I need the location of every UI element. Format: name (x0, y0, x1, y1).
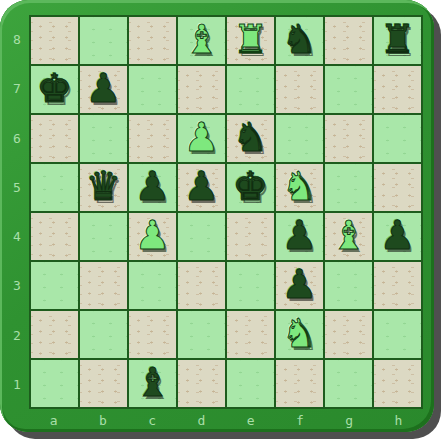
square-b7[interactable]: ♟ (80, 66, 127, 113)
file-label-b: b (78, 410, 127, 430)
piece-light-rook-e8[interactable]: ♜ (233, 16, 269, 63)
file-label-c: c (128, 410, 177, 430)
piece-dark-pawn-h4[interactable]: ♟ (380, 212, 416, 259)
chess-board[interactable]: ♝♜♞♜♚♟♟♞♛♟♟♚♞♟♟♝♟♟♞♝ (29, 15, 423, 409)
square-a1[interactable] (31, 360, 78, 407)
rank-label-6: 6 (6, 114, 28, 163)
square-d2[interactable] (178, 311, 225, 358)
square-a7[interactable]: ♚ (31, 66, 78, 113)
square-a4[interactable] (31, 213, 78, 260)
square-f7[interactable] (276, 66, 323, 113)
square-f5[interactable]: ♞ (276, 164, 323, 211)
square-d3[interactable] (178, 262, 225, 309)
square-g8[interactable] (325, 17, 372, 64)
piece-dark-pawn-f4[interactable]: ♟ (282, 212, 318, 259)
square-e2[interactable] (227, 311, 274, 358)
square-e3[interactable] (227, 262, 274, 309)
square-f6[interactable] (276, 115, 323, 162)
square-h1[interactable] (374, 360, 421, 407)
square-c5[interactable]: ♟ (129, 164, 176, 211)
square-f4[interactable]: ♟ (276, 213, 323, 260)
piece-light-bishop-d8[interactable]: ♝ (184, 16, 220, 63)
piece-light-pawn-c4[interactable]: ♟ (135, 212, 171, 259)
square-b1[interactable] (80, 360, 127, 407)
square-a6[interactable] (31, 115, 78, 162)
piece-dark-knight-f8[interactable]: ♞ (282, 16, 318, 63)
square-g3[interactable] (325, 262, 372, 309)
rank-label-5: 5 (6, 163, 28, 212)
piece-dark-king-a7[interactable]: ♚ (37, 65, 73, 112)
square-d4[interactable] (178, 213, 225, 260)
square-g4[interactable]: ♝ (325, 213, 372, 260)
rank-label-4: 4 (6, 212, 28, 261)
file-label-e: e (226, 410, 275, 430)
square-d5[interactable]: ♟ (178, 164, 225, 211)
square-a2[interactable] (31, 311, 78, 358)
square-f3[interactable]: ♟ (276, 262, 323, 309)
piece-dark-king-e5[interactable]: ♚ (233, 163, 269, 210)
square-c1[interactable]: ♝ (129, 360, 176, 407)
piece-dark-pawn-c5[interactable]: ♟ (135, 163, 171, 210)
rank-label-7: 7 (6, 64, 28, 113)
square-h8[interactable]: ♜ (374, 17, 421, 64)
square-c2[interactable] (129, 311, 176, 358)
square-f8[interactable]: ♞ (276, 17, 323, 64)
square-b3[interactable] (80, 262, 127, 309)
piece-dark-pawn-d5[interactable]: ♟ (184, 163, 220, 210)
file-label-g: g (325, 410, 374, 430)
file-label-d: d (177, 410, 226, 430)
square-b4[interactable] (80, 213, 127, 260)
square-f2[interactable]: ♞ (276, 311, 323, 358)
square-e7[interactable] (227, 66, 274, 113)
square-e4[interactable] (227, 213, 274, 260)
rank-label-1: 1 (6, 360, 28, 409)
square-c8[interactable] (129, 17, 176, 64)
square-c3[interactable] (129, 262, 176, 309)
square-e6[interactable]: ♞ (227, 115, 274, 162)
rank-labels: 87654321 (6, 15, 28, 409)
rank-label-2: 2 (6, 311, 28, 360)
square-h4[interactable]: ♟ (374, 213, 421, 260)
square-c7[interactable] (129, 66, 176, 113)
square-h2[interactable] (374, 311, 421, 358)
square-e5[interactable]: ♚ (227, 164, 274, 211)
piece-light-bishop-g4[interactable]: ♝ (331, 212, 367, 259)
piece-dark-knight-e6[interactable]: ♞ (233, 114, 269, 161)
square-g1[interactable] (325, 360, 372, 407)
square-c4[interactable]: ♟ (129, 213, 176, 260)
square-d7[interactable] (178, 66, 225, 113)
piece-light-pawn-d6[interactable]: ♟ (184, 114, 220, 161)
file-label-f: f (275, 410, 324, 430)
file-label-h: h (374, 410, 423, 430)
piece-dark-bishop-c1[interactable]: ♝ (135, 359, 171, 406)
square-b2[interactable] (80, 311, 127, 358)
square-c6[interactable] (129, 115, 176, 162)
square-g7[interactable] (325, 66, 372, 113)
square-d6[interactable]: ♟ (178, 115, 225, 162)
square-h5[interactable] (374, 164, 421, 211)
square-d1[interactable] (178, 360, 225, 407)
chess-board-frame: 87654321 ♝♜♞♜♚♟♟♞♛♟♟♚♞♟♟♝♟♟♞♝ abcdefgh (0, 0, 434, 432)
file-label-a: a (29, 410, 78, 430)
square-h3[interactable] (374, 262, 421, 309)
piece-dark-rook-h8[interactable]: ♜ (380, 16, 416, 63)
piece-dark-pawn-f3[interactable]: ♟ (282, 261, 318, 308)
piece-light-knight-f2[interactable]: ♞ (282, 310, 318, 357)
square-a8[interactable] (31, 17, 78, 64)
square-g5[interactable] (325, 164, 372, 211)
file-labels: abcdefgh (29, 410, 423, 430)
square-e1[interactable] (227, 360, 274, 407)
rank-label-3: 3 (6, 261, 28, 310)
page-background: 87654321 ♝♜♞♜♚♟♟♞♛♟♟♚♞♟♟♝♟♟♞♝ abcdefgh (0, 0, 444, 442)
square-g6[interactable] (325, 115, 372, 162)
square-a3[interactable] (31, 262, 78, 309)
piece-dark-queen-b5[interactable]: ♛ (86, 163, 122, 210)
rank-label-8: 8 (6, 15, 28, 64)
square-h7[interactable] (374, 66, 421, 113)
square-b5[interactable]: ♛ (80, 164, 127, 211)
square-g2[interactable] (325, 311, 372, 358)
square-b8[interactable] (80, 17, 127, 64)
square-e8[interactable]: ♜ (227, 17, 274, 64)
square-h6[interactable] (374, 115, 421, 162)
square-a5[interactable] (31, 164, 78, 211)
square-f1[interactable] (276, 360, 323, 407)
piece-light-knight-f5[interactable]: ♞ (282, 163, 318, 210)
piece-dark-pawn-b7[interactable]: ♟ (86, 65, 122, 112)
square-b6[interactable] (80, 115, 127, 162)
square-d8[interactable]: ♝ (178, 17, 225, 64)
